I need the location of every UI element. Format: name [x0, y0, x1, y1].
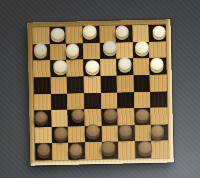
board-square[interactable]	[83, 59, 100, 76]
board-square	[132, 25, 149, 42]
board-square	[150, 74, 167, 91]
dark-checker-piece[interactable]	[136, 109, 150, 122]
board-square[interactable]	[51, 126, 68, 143]
board-square[interactable]	[102, 142, 119, 159]
light-checker-piece[interactable]	[115, 25, 129, 38]
dark-checker-piece[interactable]	[69, 144, 83, 157]
board-square[interactable]	[66, 43, 83, 60]
board-square[interactable]	[101, 109, 118, 126]
light-checker-piece[interactable]	[83, 25, 97, 38]
board-square	[50, 77, 67, 94]
board-square	[151, 141, 168, 158]
light-checker-piece[interactable]	[150, 58, 164, 71]
board-square	[118, 142, 135, 159]
board-square[interactable]	[151, 124, 168, 141]
board-square[interactable]	[67, 76, 84, 93]
board-square[interactable]	[118, 125, 135, 142]
board-square	[133, 58, 150, 75]
board-square	[85, 142, 102, 159]
light-checker-piece[interactable]	[103, 41, 117, 54]
board-square	[33, 27, 50, 44]
board-square	[99, 26, 116, 43]
dark-checker-piece[interactable]	[54, 127, 68, 140]
dark-checker-piece[interactable]	[103, 108, 117, 121]
board-square[interactable]	[100, 76, 117, 93]
board-square	[35, 127, 52, 144]
light-checker-piece[interactable]	[118, 57, 132, 70]
board-square	[84, 76, 101, 93]
board-square	[101, 92, 118, 109]
board-square[interactable]	[99, 42, 116, 59]
light-checker-piece[interactable]	[86, 60, 100, 73]
dark-checker-piece[interactable]	[118, 125, 132, 138]
dark-checker-piece[interactable]	[71, 108, 85, 121]
board-square[interactable]	[34, 110, 51, 127]
board-square	[66, 26, 83, 43]
board-square[interactable]	[133, 42, 150, 59]
board-square	[52, 143, 69, 160]
board-square	[100, 59, 117, 76]
board-square[interactable]	[33, 44, 50, 61]
board-square	[116, 42, 133, 59]
board-square	[117, 75, 134, 92]
light-checker-piece[interactable]	[33, 44, 47, 57]
table-surface	[0, 0, 200, 178]
board-square[interactable]	[35, 143, 52, 160]
board-square[interactable]	[68, 143, 85, 160]
dark-checker-piece[interactable]	[34, 111, 48, 124]
light-checker-piece[interactable]	[51, 28, 65, 41]
board-square	[84, 109, 101, 126]
board-square[interactable]	[150, 58, 167, 75]
board-square[interactable]	[116, 25, 133, 42]
board-square	[117, 108, 134, 125]
light-checker-piece[interactable]	[152, 25, 166, 38]
board-square[interactable]	[134, 108, 151, 125]
board-square[interactable]	[149, 25, 166, 42]
light-checker-piece[interactable]	[135, 41, 149, 54]
board-square	[151, 108, 168, 125]
board-square	[51, 110, 68, 127]
board-square[interactable]	[116, 59, 133, 76]
board-square[interactable]	[49, 27, 66, 44]
board-square[interactable]	[68, 109, 85, 126]
checkers-board	[27, 19, 173, 165]
board-square	[83, 43, 100, 60]
board-square	[67, 60, 84, 77]
board-square[interactable]	[117, 92, 134, 109]
board-square[interactable]	[82, 26, 99, 43]
board-square[interactable]	[133, 75, 150, 92]
board-square	[134, 125, 151, 142]
light-checker-piece[interactable]	[53, 60, 67, 73]
board-square	[101, 125, 118, 142]
board-square	[68, 126, 85, 143]
board-square[interactable]	[135, 141, 152, 158]
board-square	[34, 94, 51, 111]
board-square	[33, 60, 50, 77]
board-square	[134, 91, 151, 108]
board-square[interactable]	[85, 126, 102, 143]
board-square[interactable]	[150, 91, 167, 108]
board-square[interactable]	[84, 93, 101, 110]
dark-checker-piece[interactable]	[151, 125, 165, 138]
dark-checker-piece[interactable]	[138, 141, 152, 154]
board-grid	[33, 25, 169, 161]
dark-checker-piece[interactable]	[37, 143, 51, 156]
board-square[interactable]	[50, 60, 67, 77]
board-square[interactable]	[34, 77, 51, 94]
board-square	[67, 93, 84, 110]
board-square	[50, 43, 67, 60]
board-square	[149, 41, 166, 58]
dark-checker-piece[interactable]	[86, 124, 100, 137]
board-square[interactable]	[51, 93, 68, 110]
light-checker-piece[interactable]	[66, 44, 80, 57]
dark-checker-piece[interactable]	[101, 141, 115, 154]
